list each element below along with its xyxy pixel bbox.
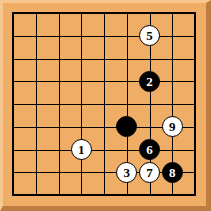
stone-label: 7 bbox=[146, 165, 153, 178]
stone-black-plain bbox=[116, 116, 137, 137]
stone-white-1: 1 bbox=[71, 139, 92, 160]
stone-white-9: 9 bbox=[162, 116, 183, 137]
stone-label: 2 bbox=[146, 74, 153, 87]
go-board: 12356789 bbox=[0, 0, 211, 211]
stone-label: 9 bbox=[169, 120, 176, 133]
stone-white-3: 3 bbox=[116, 162, 137, 183]
stone-black-6: 6 bbox=[139, 139, 160, 160]
stone-label: 6 bbox=[146, 143, 153, 156]
stone-label: 1 bbox=[78, 143, 85, 156]
stone-label: 8 bbox=[169, 165, 176, 178]
stone-black-8: 8 bbox=[162, 162, 183, 183]
stone-label: 3 bbox=[124, 165, 131, 178]
stone-white-5: 5 bbox=[139, 25, 160, 46]
stones-layer: 12356789 bbox=[3, 3, 206, 206]
stone-black-2: 2 bbox=[139, 71, 160, 92]
stone-label: 5 bbox=[146, 29, 153, 42]
stone-white-7: 7 bbox=[139, 162, 160, 183]
